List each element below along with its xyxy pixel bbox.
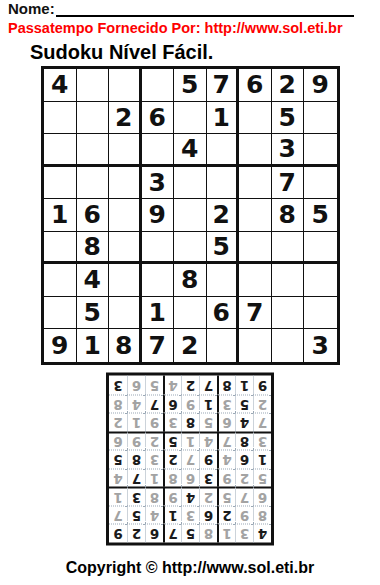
- solution-cell-r2c7: 4: [145, 506, 163, 525]
- solution-cell-r5c1: 1: [253, 450, 271, 469]
- solution-cell-r6c6: 5: [163, 432, 181, 451]
- solution-cell-r4c3: 9: [217, 469, 235, 488]
- solution-cell-r1c4: 8: [199, 524, 217, 543]
- puzzle-cell-r7c1[interactable]: [44, 264, 77, 297]
- puzzle-cell-r1c6[interactable]: 7: [207, 69, 240, 102]
- solution-cell-r4c9: 4: [109, 469, 127, 488]
- puzzle-cell-r7c5[interactable]: 8: [174, 264, 207, 297]
- puzzle-cell-r3c2[interactable]: [77, 134, 110, 167]
- puzzle-cell-r6c6[interactable]: 5: [207, 232, 240, 265]
- puzzle-cell-r3c1[interactable]: [44, 134, 77, 167]
- solution-cell-r9c1: 9: [253, 376, 271, 395]
- puzzle-cell-r4c1[interactable]: [44, 167, 77, 200]
- puzzle-cell-r8c6[interactable]: 6: [207, 297, 240, 330]
- solution-grid: 4318576298926314576752498315293681741649…: [106, 373, 274, 546]
- puzzle-cell-r4c2[interactable]: [77, 167, 110, 200]
- puzzle-cell-r6c8[interactable]: [272, 232, 305, 265]
- puzzle-cell-r9c9[interactable]: 3: [304, 329, 337, 362]
- solution-cell-r8c3: 3: [217, 395, 235, 414]
- solution-cell-r6c1: 3: [253, 432, 271, 451]
- puzzle-cell-r3c5[interactable]: 4: [174, 134, 207, 167]
- puzzle-cell-r6c3[interactable]: [109, 232, 142, 265]
- solution-cell-r3c8: 3: [127, 487, 145, 506]
- puzzle-cell-r1c9[interactable]: 9: [304, 69, 337, 102]
- solution-cell-r5c8: 8: [127, 450, 145, 469]
- solution-cell-r9c4: 7: [199, 376, 217, 395]
- solution-cell-r3c3: 5: [217, 487, 235, 506]
- puzzle-cell-r6c1[interactable]: [44, 232, 77, 265]
- copyright-line: Copyright © http://www.sol.eti.br: [0, 559, 380, 577]
- solution-cell-r6c5: 1: [181, 432, 199, 451]
- puzzle-cell-r4c9[interactable]: [304, 167, 337, 200]
- solution-cell-r5c3: 4: [217, 450, 235, 469]
- solution-cell-r7c5: 8: [181, 413, 199, 432]
- puzzle-cell-r9c2[interactable]: 1: [77, 329, 110, 362]
- puzzle-cell-r1c5[interactable]: 5: [174, 69, 207, 102]
- puzzle-cell-r4c4[interactable]: 3: [142, 167, 175, 200]
- solution-cell-r2c8: 5: [127, 506, 145, 525]
- puzzle-cell-r9c5[interactable]: 2: [174, 329, 207, 362]
- solution-cell-r1c8: 2: [127, 524, 145, 543]
- puzzle-cell-r1c2[interactable]: [77, 69, 110, 102]
- puzzle-cell-r2c3[interactable]: 2: [109, 102, 142, 135]
- worksheet-page: Nome: Passatempo Fornecido Por: http://w…: [0, 0, 380, 585]
- solution-cell-r5c7: 3: [145, 450, 163, 469]
- puzzle-cell-r1c8[interactable]: 2: [272, 69, 305, 102]
- puzzle-cell-r8c8[interactable]: [272, 297, 305, 330]
- puzzle-cell-r6c7[interactable]: [239, 232, 272, 265]
- solution-cell-r3c6: 9: [163, 487, 181, 506]
- solution-cell-r1c5: 5: [181, 524, 199, 543]
- solution-cell-r2c4: 6: [199, 506, 217, 525]
- solution-cell-r7c6: 3: [163, 413, 181, 432]
- solution-cell-r9c6: 4: [163, 376, 181, 395]
- puzzle-cell-r5c6[interactable]: 2: [207, 199, 240, 232]
- puzzle-cell-r6c4[interactable]: [142, 232, 175, 265]
- solution-cell-r5c6: 2: [163, 450, 181, 469]
- puzzle-cell-r6c5[interactable]: [174, 232, 207, 265]
- puzzle-cell-r1c1[interactable]: 4: [44, 69, 77, 102]
- puzzle-cell-r5c4[interactable]: 9: [142, 199, 175, 232]
- puzzle-cell-r2c1[interactable]: [44, 102, 77, 135]
- puzzle-cell-r8c4[interactable]: 1: [142, 297, 175, 330]
- puzzle-cell-r2c2[interactable]: [77, 102, 110, 135]
- solution-cell-r7c1: 7: [253, 413, 271, 432]
- solution-cell-r5c2: 6: [235, 450, 253, 469]
- puzzle-cell-r6c2[interactable]: 8: [77, 232, 110, 265]
- solution-cell-r1c3: 1: [217, 524, 235, 543]
- puzzle-cell-r8c7[interactable]: 7: [239, 297, 272, 330]
- puzzle-cell-r8c9[interactable]: [304, 297, 337, 330]
- puzzle-cell-r9c4[interactable]: 7: [142, 329, 175, 362]
- page-title: Sudoku Nível Fácil.: [30, 41, 213, 64]
- puzzle-cell-r8c3[interactable]: [109, 297, 142, 330]
- puzzle-cell-r3c6[interactable]: [207, 134, 240, 167]
- solution-cell-r4c2: 2: [235, 469, 253, 488]
- puzzle-cell-r4c7[interactable]: [239, 167, 272, 200]
- solution-cell-r7c9: 2: [109, 413, 127, 432]
- solution-cell-r9c5: 2: [181, 376, 199, 395]
- solution-cell-r1c6: 7: [163, 524, 181, 543]
- solution-cell-r2c1: 8: [253, 506, 271, 525]
- puzzle-cell-r2c6[interactable]: 1: [207, 102, 240, 135]
- puzzle-cell-r4c5[interactable]: [174, 167, 207, 200]
- solution-cell-r9c3: 8: [217, 376, 235, 395]
- name-label: Nome:: [8, 1, 55, 17]
- solution-cell-r3c7: 8: [145, 487, 163, 506]
- puzzle-cell-r4c6[interactable]: [207, 167, 240, 200]
- solution-cell-r8c9: 8: [109, 395, 127, 414]
- puzzle-cell-r3c7[interactable]: [239, 134, 272, 167]
- puzzle-cell-r1c7[interactable]: 6: [239, 69, 272, 102]
- solution-cell-r3c5: 4: [181, 487, 199, 506]
- solution-cell-r7c3: 6: [217, 413, 235, 432]
- solution-cell-r1c2: 3: [235, 524, 253, 543]
- puzzle-cell-r2c5[interactable]: [174, 102, 207, 135]
- solution-cell-r4c5: 6: [181, 469, 199, 488]
- puzzle-cell-r4c3[interactable]: [109, 167, 142, 200]
- puzzle-cell-r7c7[interactable]: [239, 264, 272, 297]
- puzzle-cell-r9c7[interactable]: [239, 329, 272, 362]
- solution-cell-r9c2: 1: [235, 376, 253, 395]
- puzzle-cell-r3c8[interactable]: 3: [272, 134, 305, 167]
- solution-cell-r6c3: 7: [217, 432, 235, 451]
- puzzle-cell-r3c4[interactable]: [142, 134, 175, 167]
- solution-cell-r2c9: 7: [109, 506, 127, 525]
- puzzle-cell-r9c8[interactable]: [272, 329, 305, 362]
- puzzle-cell-r7c4[interactable]: [142, 264, 175, 297]
- puzzle-cell-r5c8[interactable]: 8: [272, 199, 305, 232]
- solution-cell-r3c2: 7: [235, 487, 253, 506]
- puzzle-cell-r5c3[interactable]: [109, 199, 142, 232]
- name-fill-line[interactable]: [56, 1, 354, 17]
- puzzle-cell-r8c5[interactable]: [174, 297, 207, 330]
- solution-cell-r6c7: 2: [145, 432, 163, 451]
- provider-line: Passatempo Fornecido Por: http://www.sol…: [8, 20, 343, 36]
- solution-cell-r8c5: 9: [181, 395, 199, 414]
- solution-cell-r6c9: 6: [109, 432, 127, 451]
- solution-cell-r7c7: 9: [145, 413, 163, 432]
- puzzle-cell-r2c8[interactable]: 5: [272, 102, 305, 135]
- solution-cell-r5c9: 5: [109, 450, 127, 469]
- puzzle-cell-r5c9[interactable]: 5: [304, 199, 337, 232]
- puzzle-cell-r5c5[interactable]: [174, 199, 207, 232]
- puzzle-cell-r9c1[interactable]: 9: [44, 329, 77, 362]
- solution-cell-r6c2: 8: [235, 432, 253, 451]
- puzzle-cell-r3c3[interactable]: [109, 134, 142, 167]
- puzzle-cell-r6c9[interactable]: [304, 232, 337, 265]
- solution-cell-r3c9: 1: [109, 487, 127, 506]
- solution-cell-r9c9: 3: [109, 376, 127, 395]
- puzzle-cell-r1c3[interactable]: [109, 69, 142, 102]
- puzzle-cell-r5c7[interactable]: [239, 199, 272, 232]
- puzzle-cell-r8c2[interactable]: 5: [77, 297, 110, 330]
- puzzle-cell-r7c3[interactable]: [109, 264, 142, 297]
- puzzle-cell-r7c2[interactable]: 4: [77, 264, 110, 297]
- solution-cell-r9c7: 5: [145, 376, 163, 395]
- puzzle-cell-r1c4[interactable]: [142, 69, 175, 102]
- solution-cell-r6c8: 9: [127, 432, 145, 451]
- solution-cell-r7c2: 4: [235, 413, 253, 432]
- puzzle-cell-r2c7[interactable]: [239, 102, 272, 135]
- solution-cell-r1c7: 6: [145, 524, 163, 543]
- solution-cell-r4c4: 3: [199, 469, 217, 488]
- solution-cell-r8c7: 7: [145, 395, 163, 414]
- solution-cell-r8c1: 2: [253, 395, 271, 414]
- solution-cell-r5c4: 9: [199, 450, 217, 469]
- solution-cell-r1c1: 4: [253, 524, 271, 543]
- puzzle-cell-r5c1[interactable]: 1: [44, 199, 77, 232]
- puzzle-cell-r9c6[interactable]: [207, 329, 240, 362]
- name-row: Nome:: [8, 1, 354, 17]
- solution-cell-r2c5: 3: [181, 506, 199, 525]
- solution-cell-r2c6: 1: [163, 506, 181, 525]
- solution-cell-r2c2: 9: [235, 506, 253, 525]
- solution-cell-r3c1: 6: [253, 487, 271, 506]
- puzzle-cell-r7c9[interactable]: [304, 264, 337, 297]
- solution-cell-r8c6: 6: [163, 395, 181, 414]
- solution-cell-r6c4: 4: [199, 432, 217, 451]
- solution-cell-r8c8: 4: [127, 395, 145, 414]
- solution-cell-r7c4: 5: [199, 413, 217, 432]
- puzzle-cell-r2c4[interactable]: 6: [142, 102, 175, 135]
- solution-cell-r4c6: 8: [163, 469, 181, 488]
- solution-cell-r1c9: 9: [109, 524, 127, 543]
- puzzle-cell-r2c9[interactable]: [304, 102, 337, 135]
- solution-cell-r4c1: 5: [253, 469, 271, 488]
- solution-cell-r8c4: 1: [199, 395, 217, 414]
- puzzle-cell-r3c9[interactable]: [304, 134, 337, 167]
- puzzle-cell-r7c6[interactable]: [207, 264, 240, 297]
- puzzle-cell-r7c8[interactable]: [272, 264, 305, 297]
- solution-cell-r3c4: 2: [199, 487, 217, 506]
- puzzle-cell-r9c3[interactable]: 8: [109, 329, 142, 362]
- solution-cell-r7c8: 1: [127, 413, 145, 432]
- puzzle-cell-r8c1[interactable]: [44, 297, 77, 330]
- puzzle-grid: 4576292615433716928585485167918723: [41, 66, 340, 365]
- solution-cell-r5c5: 7: [181, 450, 199, 469]
- solution-cell-r9c8: 6: [127, 376, 145, 395]
- solution-cell-r2c3: 2: [217, 506, 235, 525]
- puzzle-cell-r4c8[interactable]: 7: [272, 167, 305, 200]
- solution-cell-r4c8: 7: [127, 469, 145, 488]
- solution-cell-r8c2: 5: [235, 395, 253, 414]
- solution-cell-r4c7: 1: [145, 469, 163, 488]
- puzzle-cell-r5c2[interactable]: 6: [77, 199, 110, 232]
